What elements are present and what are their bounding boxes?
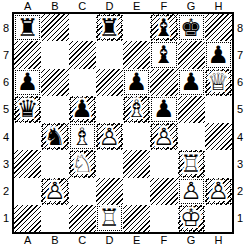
white-knight: ♘ bbox=[69, 150, 96, 177]
rank-label-2: 2 bbox=[234, 178, 246, 205]
piece-halo: ♟ bbox=[123, 69, 150, 96]
file-label-g: G bbox=[178, 0, 205, 12]
square-d3[interactable] bbox=[96, 150, 123, 177]
square-h5[interactable] bbox=[205, 96, 232, 123]
black-bishop: ♝ bbox=[150, 41, 177, 68]
square-b3[interactable] bbox=[41, 150, 68, 177]
square-b6[interactable] bbox=[41, 69, 68, 96]
piece-halo: ♛ bbox=[205, 69, 232, 96]
piece-halo: ♝ bbox=[150, 41, 177, 68]
piece-halo: ♛ bbox=[14, 96, 41, 123]
square-a2[interactable] bbox=[14, 178, 41, 205]
rank-labels-right: 87654321 bbox=[234, 14, 246, 232]
square-c6[interactable] bbox=[69, 69, 96, 96]
square-b4[interactable]: ♞♞ bbox=[41, 123, 68, 150]
rank-label-8: 8 bbox=[234, 14, 246, 41]
square-g6[interactable]: ♟♟ bbox=[178, 69, 205, 96]
file-label-d: D bbox=[96, 234, 123, 246]
piece-halo: ♜ bbox=[178, 150, 205, 177]
square-f3[interactable] bbox=[150, 150, 177, 177]
rank-label-5: 5 bbox=[0, 96, 12, 123]
file-label-c: C bbox=[69, 234, 96, 246]
white-rook: ♖ bbox=[178, 150, 205, 177]
square-e5[interactable]: ♝♗ bbox=[123, 96, 150, 123]
rank-label-3: 3 bbox=[234, 150, 246, 177]
white-pawn: ♙ bbox=[178, 178, 205, 205]
piece-halo: ♞ bbox=[41, 123, 68, 150]
piece-halo: ♟ bbox=[178, 69, 205, 96]
black-pawn: ♟ bbox=[69, 96, 96, 123]
square-c4[interactable]: ♝♗ bbox=[69, 123, 96, 150]
black-rook: ♜ bbox=[96, 14, 123, 41]
square-e6[interactable]: ♟♟ bbox=[123, 69, 150, 96]
square-f7[interactable]: ♝♝ bbox=[150, 41, 177, 68]
square-f1[interactable] bbox=[150, 205, 177, 232]
square-b7[interactable] bbox=[41, 41, 68, 68]
square-d2[interactable] bbox=[96, 178, 123, 205]
chess-diagram: ABCDEFGH 87654321 ♜♜♜♜♝♝♚♚♝♝♟♟♟♟♟♟♟♟♛♕♛♛… bbox=[0, 0, 246, 246]
square-e2[interactable] bbox=[123, 178, 150, 205]
square-b8[interactable] bbox=[41, 14, 68, 41]
piece-halo: ♝ bbox=[150, 14, 177, 41]
square-c3[interactable]: ♞♘ bbox=[69, 150, 96, 177]
white-king: ♔ bbox=[178, 205, 205, 232]
piece-halo: ♟ bbox=[178, 178, 205, 205]
rank-label-6: 6 bbox=[234, 69, 246, 96]
black-pawn: ♟ bbox=[205, 41, 232, 68]
square-g5[interactable] bbox=[178, 96, 205, 123]
black-pawn: ♟ bbox=[178, 69, 205, 96]
square-f8[interactable]: ♝♝ bbox=[150, 14, 177, 41]
rank-label-4: 4 bbox=[0, 123, 12, 150]
chess-board: ♜♜♜♜♝♝♚♚♝♝♟♟♟♟♟♟♟♟♛♕♛♛♟♟♝♗♟♟♞♞♝♗♟♙♟♙♞♘♜♖… bbox=[12, 12, 234, 234]
square-b1[interactable] bbox=[41, 205, 68, 232]
piece-halo: ♞ bbox=[69, 150, 96, 177]
file-label-a: A bbox=[14, 0, 41, 12]
square-g4[interactable] bbox=[178, 123, 205, 150]
square-b2[interactable]: ♟♙ bbox=[41, 178, 68, 205]
square-g3[interactable]: ♜♖ bbox=[178, 150, 205, 177]
rank-label-1: 1 bbox=[234, 205, 246, 232]
square-g1[interactable]: ♚♔ bbox=[178, 205, 205, 232]
square-e7[interactable] bbox=[123, 41, 150, 68]
black-pawn: ♟ bbox=[150, 96, 177, 123]
square-c8[interactable] bbox=[69, 14, 96, 41]
square-h7[interactable]: ♟♟ bbox=[205, 41, 232, 68]
piece-halo: ♚ bbox=[178, 205, 205, 232]
file-label-d: D bbox=[96, 0, 123, 12]
rank-labels-left: 87654321 bbox=[0, 14, 12, 232]
file-label-f: F bbox=[150, 0, 177, 12]
piece-halo: ♝ bbox=[69, 123, 96, 150]
white-bishop: ♗ bbox=[69, 123, 96, 150]
piece-halo: ♟ bbox=[150, 96, 177, 123]
rank-label-7: 7 bbox=[234, 41, 246, 68]
square-e8[interactable] bbox=[123, 14, 150, 41]
piece-halo: ♜ bbox=[96, 14, 123, 41]
file-label-b: B bbox=[41, 0, 68, 12]
file-label-f: F bbox=[150, 234, 177, 246]
square-h6[interactable]: ♛♕ bbox=[205, 69, 232, 96]
black-king: ♚ bbox=[178, 14, 205, 41]
black-pawn: ♟ bbox=[123, 69, 150, 96]
square-a4[interactable] bbox=[14, 123, 41, 150]
rank-label-5: 5 bbox=[234, 96, 246, 123]
rank-label-2: 2 bbox=[0, 178, 12, 205]
square-e3[interactable] bbox=[123, 150, 150, 177]
square-d1[interactable]: ♜♖ bbox=[96, 205, 123, 232]
piece-halo: ♜ bbox=[14, 14, 41, 41]
square-c1[interactable] bbox=[69, 205, 96, 232]
square-c2[interactable] bbox=[69, 178, 96, 205]
white-pawn: ♙ bbox=[96, 123, 123, 150]
black-rook: ♜ bbox=[14, 14, 41, 41]
square-g7[interactable] bbox=[178, 41, 205, 68]
piece-halo: ♟ bbox=[96, 123, 123, 150]
white-bishop: ♗ bbox=[123, 96, 150, 123]
square-a3[interactable] bbox=[14, 150, 41, 177]
square-a7[interactable] bbox=[14, 41, 41, 68]
square-g2[interactable]: ♟♙ bbox=[178, 178, 205, 205]
square-d8[interactable]: ♜♜ bbox=[96, 14, 123, 41]
file-labels-top: ABCDEFGH bbox=[14, 0, 232, 12]
square-d4[interactable]: ♟♙ bbox=[96, 123, 123, 150]
square-d7[interactable] bbox=[96, 41, 123, 68]
white-pawn: ♙ bbox=[41, 178, 68, 205]
square-e1[interactable] bbox=[123, 205, 150, 232]
rank-label-8: 8 bbox=[0, 14, 12, 41]
file-label-b: B bbox=[41, 234, 68, 246]
rank-label-7: 7 bbox=[0, 41, 12, 68]
square-e4[interactable] bbox=[123, 123, 150, 150]
square-a1[interactable] bbox=[14, 205, 41, 232]
square-a5[interactable]: ♛♛ bbox=[14, 96, 41, 123]
square-d6[interactable] bbox=[96, 69, 123, 96]
piece-halo: ♟ bbox=[205, 178, 232, 205]
piece-halo: ♟ bbox=[205, 41, 232, 68]
piece-halo: ♟ bbox=[41, 178, 68, 205]
piece-halo: ♚ bbox=[178, 14, 205, 41]
square-f2[interactable] bbox=[150, 178, 177, 205]
rank-label-4: 4 bbox=[234, 123, 246, 150]
square-c7[interactable] bbox=[69, 41, 96, 68]
piece-halo: ♟ bbox=[14, 69, 41, 96]
piece-halo: ♝ bbox=[123, 96, 150, 123]
square-f5[interactable]: ♟♟ bbox=[150, 96, 177, 123]
file-label-h: H bbox=[205, 234, 232, 246]
file-labels-bottom: ABCDEFGH bbox=[14, 234, 232, 246]
square-a6[interactable]: ♟♟ bbox=[14, 69, 41, 96]
piece-halo: ♟ bbox=[69, 96, 96, 123]
rank-label-6: 6 bbox=[0, 69, 12, 96]
white-pawn: ♙ bbox=[150, 123, 177, 150]
piece-halo: ♜ bbox=[96, 205, 123, 232]
square-h8[interactable] bbox=[205, 14, 232, 41]
square-d5[interactable] bbox=[96, 96, 123, 123]
square-b5[interactable] bbox=[41, 96, 68, 123]
square-g8[interactable]: ♚♚ bbox=[178, 14, 205, 41]
file-label-c: C bbox=[69, 0, 96, 12]
black-pawn: ♟ bbox=[14, 69, 41, 96]
file-label-a: A bbox=[14, 234, 41, 246]
square-h2[interactable]: ♟♙ bbox=[205, 178, 232, 205]
piece-halo: ♟ bbox=[150, 123, 177, 150]
square-h3[interactable] bbox=[205, 150, 232, 177]
square-c5[interactable]: ♟♟ bbox=[69, 96, 96, 123]
file-label-g: G bbox=[178, 234, 205, 246]
file-label-e: E bbox=[123, 234, 150, 246]
black-queen: ♛ bbox=[14, 96, 41, 123]
rank-label-3: 3 bbox=[0, 150, 12, 177]
white-pawn: ♙ bbox=[205, 178, 232, 205]
square-h1[interactable] bbox=[205, 205, 232, 232]
white-queen: ♕ bbox=[205, 69, 232, 96]
square-a8[interactable]: ♜♜ bbox=[14, 14, 41, 41]
square-f4[interactable]: ♟♙ bbox=[150, 123, 177, 150]
square-f6[interactable] bbox=[150, 69, 177, 96]
rank-label-1: 1 bbox=[0, 205, 12, 232]
square-h4[interactable] bbox=[205, 123, 232, 150]
black-bishop: ♝ bbox=[150, 14, 177, 41]
white-rook: ♖ bbox=[96, 205, 123, 232]
file-label-h: H bbox=[205, 0, 232, 12]
file-label-e: E bbox=[123, 0, 150, 12]
black-knight: ♞ bbox=[41, 123, 68, 150]
